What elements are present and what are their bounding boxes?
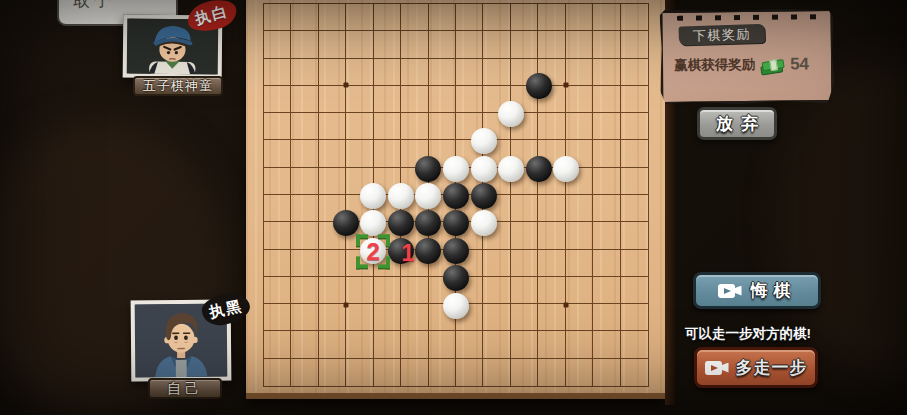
video-icon-play-triangle xyxy=(711,365,718,371)
player-name-plaque: 自己 xyxy=(148,378,222,399)
black-stone xyxy=(415,210,441,236)
star-point xyxy=(343,302,348,307)
white-stone xyxy=(553,156,579,182)
move-number-label: 1 xyxy=(401,239,414,267)
move-number-label: 2 xyxy=(367,238,380,266)
cash-band xyxy=(769,59,778,71)
black-stone xyxy=(443,265,469,291)
stamp-white-label: 执白 xyxy=(193,2,231,29)
reward-row: 赢棋获得奖励 54 xyxy=(674,54,809,75)
extra-move-label: 多走一步 xyxy=(736,356,808,379)
give-up-button[interactable]: 放弃 xyxy=(697,107,777,140)
stitch-marks xyxy=(677,14,823,21)
reward-note: 下棋奖励 赢棋获得奖励 54 xyxy=(660,8,835,105)
black-stone xyxy=(388,210,414,236)
video-icon-lens xyxy=(735,286,742,296)
speech-text: 取子 xyxy=(73,0,115,12)
white-stone xyxy=(443,156,469,182)
black-stone xyxy=(415,156,441,182)
star-point xyxy=(343,83,348,88)
reward-desc: 赢棋获得奖励 xyxy=(674,56,755,75)
star-point xyxy=(564,83,569,88)
stamp-black-label: 执黑 xyxy=(207,296,244,322)
white-stone xyxy=(360,210,386,236)
white-stone xyxy=(498,101,524,127)
white-stone xyxy=(498,156,524,182)
cash-icon xyxy=(759,54,786,76)
stone-layer: 21 xyxy=(263,3,649,387)
black-stone xyxy=(443,238,469,264)
black-stone xyxy=(333,210,359,236)
white-stone xyxy=(360,183,386,209)
give-up-label: 放弃 xyxy=(716,112,766,135)
opponent-name: 五子棋神童 xyxy=(143,77,213,95)
white-stone xyxy=(415,183,441,209)
player-name: 自己 xyxy=(167,380,203,398)
star-point xyxy=(564,302,569,307)
white-stone xyxy=(471,128,497,154)
black-stone xyxy=(443,183,469,209)
reward-amount: 54 xyxy=(790,54,809,74)
gomoku-board[interactable]: 21 xyxy=(246,0,665,399)
video-ad-icon xyxy=(718,282,742,300)
white-stone xyxy=(471,210,497,236)
reward-title: 下棋奖励 xyxy=(693,25,752,45)
extra-move-button[interactable]: 多走一步 xyxy=(694,347,818,388)
reward-title-ribbon: 下棋奖励 xyxy=(678,24,765,46)
video-icon-lens xyxy=(722,363,729,373)
white-stone xyxy=(388,183,414,209)
black-stone xyxy=(415,238,441,264)
undo-label: 悔棋 xyxy=(751,279,797,302)
video-icon-play-triangle xyxy=(724,288,731,294)
black-stone xyxy=(526,156,552,182)
black-stone xyxy=(443,210,469,236)
video-ad-icon xyxy=(705,359,729,377)
white-stone xyxy=(471,156,497,182)
extra-move-hint: 可以走一步对方的棋! xyxy=(685,325,845,343)
opponent-name-plaque: 五子棋神童 xyxy=(133,76,223,96)
white-stone xyxy=(443,293,469,319)
undo-move-button[interactable]: 悔棋 xyxy=(693,272,821,309)
game-screen: 21 取子 执白 五子棋神童 xyxy=(0,0,907,415)
black-stone xyxy=(526,73,552,99)
black-stone xyxy=(471,183,497,209)
